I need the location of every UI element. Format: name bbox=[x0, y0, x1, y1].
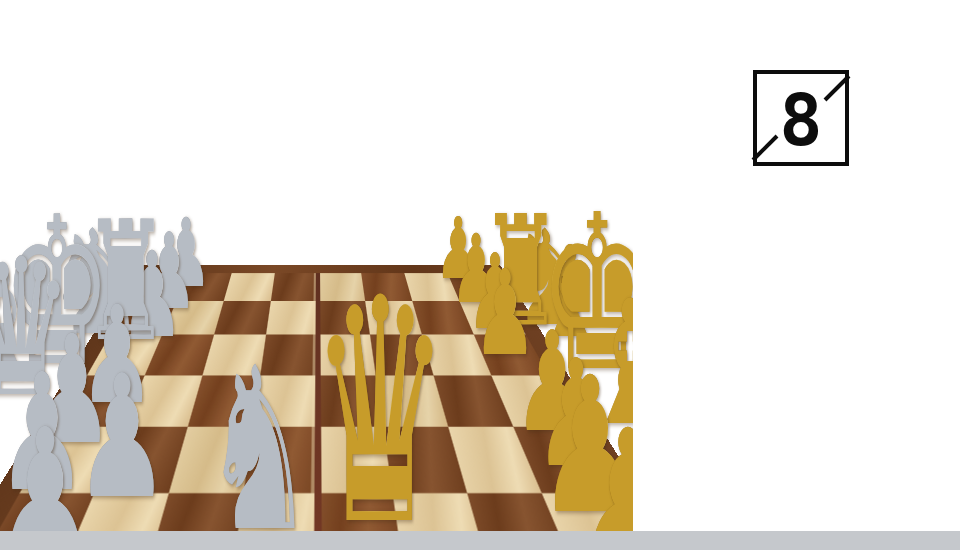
pieces-layer: ♛♚♞♜♟♟♟♝♟♟♟♟♟♞♛♟♟♟♜♞♝♚♟♟♟♟♝♟ bbox=[0, 0, 633, 531]
piece-gold-queen: ♛ bbox=[311, 258, 450, 531]
piece-gold-pawn: ♟ bbox=[574, 404, 633, 531]
bottom-gray-bar bbox=[0, 531, 960, 550]
page: ♛♚♞♜♟♟♟♝♟♟♟♟♟♞♛♟♟♟♜♞♝♚♟♟♟♟♝♟ 8 bbox=[0, 0, 960, 550]
badge-number: 8 bbox=[757, 74, 845, 162]
piece-silver-knight: ♞ bbox=[204, 338, 315, 531]
product-photo-chess-set: ♛♚♞♜♟♟♟♝♟♟♟♟♟♞♛♟♟♟♜♞♝♚♟♟♟♟♝♟ bbox=[0, 0, 633, 531]
piece-silver-pawn: ♟ bbox=[0, 404, 97, 531]
image-number-badge: 8 bbox=[753, 70, 849, 166]
